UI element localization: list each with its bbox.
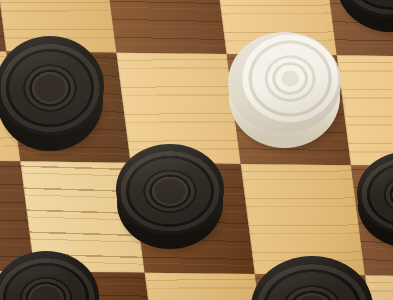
checker-black-r2c1[interactable] xyxy=(116,144,224,249)
checker-black-r1c0[interactable] xyxy=(0,36,104,151)
piece-face xyxy=(228,32,341,133)
checker-black-r3c2[interactable] xyxy=(251,256,373,300)
piece-face xyxy=(116,144,224,235)
checkers-board-photo xyxy=(0,0,393,300)
checker-black-r3c0[interactable] xyxy=(0,251,99,300)
checker-white-r1c2[interactable] xyxy=(228,32,341,148)
checker-black-r2c3[interactable] xyxy=(357,151,393,248)
piece-face xyxy=(0,36,104,136)
checker-black-r0c3[interactable] xyxy=(336,0,393,32)
piece-face xyxy=(251,256,373,300)
piece-face xyxy=(0,251,99,300)
pieces-layer xyxy=(0,0,393,300)
